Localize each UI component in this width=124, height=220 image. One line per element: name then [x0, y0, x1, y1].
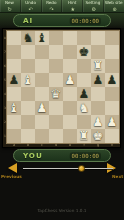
player-clock: 00:00:00	[70, 152, 101, 160]
toolbar-item-redo[interactable]: Redo↷	[42, 0, 63, 12]
new-icon: ↻	[8, 6, 12, 11]
square-h5[interactable]: ♟	[105, 73, 119, 87]
square-h1[interactable]	[105, 129, 119, 143]
square-d8[interactable]	[49, 31, 63, 45]
white-bishop-piece: ♝	[7, 101, 21, 115]
square-d1[interactable]	[49, 129, 63, 143]
square-g8[interactable]	[91, 31, 105, 45]
white-king-piece: ♚	[91, 129, 105, 143]
square-h8[interactable]	[105, 31, 119, 45]
square-e7[interactable]	[63, 45, 77, 59]
square-h3[interactable]	[105, 101, 119, 115]
square-f7[interactable]: ♚	[77, 45, 91, 59]
black-king-piece: ♚	[77, 45, 91, 59]
toolbar-item-label: Setting	[86, 1, 101, 5]
toolbar-item-label: Web site	[105, 1, 123, 5]
white-rook-piece: ♜	[77, 129, 91, 143]
square-c6[interactable]	[35, 59, 49, 73]
square-b5[interactable]: ♝	[21, 73, 35, 87]
rank-label-1: 1	[4, 132, 6, 140]
white-pawn-piece: ♟	[105, 115, 119, 129]
square-b3[interactable]	[21, 101, 35, 115]
square-g7[interactable]	[91, 45, 105, 59]
square-e6[interactable]	[63, 59, 77, 73]
black-pawn-piece: ♟	[77, 87, 91, 101]
square-a1[interactable]	[7, 129, 21, 143]
previous-label: Previous	[1, 175, 22, 179]
square-f6[interactable]	[77, 59, 91, 73]
square-h6[interactable]	[105, 59, 119, 73]
square-d6[interactable]	[49, 59, 63, 73]
square-c8[interactable]: ♝	[35, 31, 49, 45]
square-f3[interactable]: ♞	[77, 101, 91, 115]
square-d3[interactable]	[49, 101, 63, 115]
undo-icon: ↶	[29, 6, 33, 11]
rank-label-8: 8	[4, 34, 6, 42]
player-name: YOU	[23, 152, 43, 159]
square-c5[interactable]	[35, 73, 49, 87]
black-pawn-piece: ♟	[105, 73, 119, 87]
square-c4[interactable]	[35, 87, 49, 101]
square-a4[interactable]	[7, 87, 21, 101]
square-f1[interactable]: ♜	[77, 129, 91, 143]
file-label-f: f	[79, 144, 89, 148]
black-pawn-piece: ♟	[91, 73, 105, 87]
file-label-c: c	[37, 144, 47, 148]
opponent-name: AI	[23, 17, 33, 24]
white-queen-piece: ♛	[49, 87, 63, 101]
rank-label-5: 5	[4, 76, 6, 84]
square-a5[interactable]: ♟	[7, 73, 21, 87]
settings-icon: ⚙	[91, 6, 96, 11]
square-h4[interactable]	[105, 87, 119, 101]
square-e4[interactable]	[63, 87, 77, 101]
file-label-a: a	[9, 144, 19, 148]
next-label: Next	[112, 175, 123, 179]
toolbar-item-new[interactable]: New↻	[0, 0, 21, 12]
square-h7[interactable]	[105, 45, 119, 59]
square-g2[interactable]: ♟	[91, 115, 105, 129]
file-label-b: b	[23, 144, 33, 148]
toolbar-item-undo[interactable]: Undo↶	[21, 0, 42, 12]
file-labels: abcdefgh	[7, 142, 119, 147]
rank-label-3: 3	[4, 104, 6, 112]
board-grid: ♞♝♚♜♟♝♟♟♟♛♟♝♟♞♟♟♜♚	[7, 31, 119, 143]
square-d2[interactable]	[49, 115, 63, 129]
square-e1[interactable]	[63, 129, 77, 143]
square-d5[interactable]	[49, 73, 63, 87]
version-text: TapChess Version 1.0.1	[9, 208, 114, 213]
square-g3[interactable]	[91, 101, 105, 115]
square-g1[interactable]: ♚	[91, 129, 105, 143]
previous-move-button[interactable]	[8, 163, 17, 173]
file-label-g: g	[93, 144, 103, 148]
rank-label-6: 6	[4, 62, 6, 70]
square-f2[interactable]	[77, 115, 91, 129]
white-rook-piece: ♜	[91, 59, 105, 73]
black-knight-piece: ♞	[21, 31, 35, 45]
square-e3[interactable]	[63, 101, 77, 115]
white-knight-piece: ♞	[77, 101, 91, 115]
rank-label-7: 7	[4, 48, 6, 56]
square-h2[interactable]: ♟	[105, 115, 119, 129]
square-g5[interactable]: ♟	[91, 73, 105, 87]
redo-icon: ↷	[49, 6, 53, 11]
square-b4[interactable]	[21, 87, 35, 101]
white-pawn-piece: ♟	[35, 101, 49, 115]
square-e2[interactable]	[63, 115, 77, 129]
move-slider-track	[23, 168, 113, 169]
chess-board: 87654321 ♞♝♚♜♟♝♟♟♟♛♟♝♟♞♟♟♜♚ abcdefgh	[2, 28, 121, 148]
square-e8[interactable]	[63, 31, 77, 45]
player-bar: YOU 00:00:00	[13, 149, 111, 162]
toolbar-item-setting[interactable]: Setting⚙	[83, 0, 104, 12]
square-f5[interactable]	[77, 73, 91, 87]
website-icon: ⊕	[112, 6, 116, 11]
move-slider-handle[interactable]	[78, 165, 85, 172]
rank-label-2: 2	[4, 118, 6, 126]
opponent-bar: AI 00:00:00	[13, 14, 111, 27]
square-c3[interactable]: ♟	[35, 101, 49, 115]
toolbar-item-label: Undo	[25, 1, 36, 5]
file-label-e: e	[65, 144, 75, 148]
square-d7[interactable]	[49, 45, 63, 59]
file-label-h: h	[107, 144, 117, 148]
rank-label-4: 4	[4, 90, 6, 98]
toolbar-item-website[interactable]: Web site⊕	[104, 0, 124, 12]
square-f8[interactable]	[77, 31, 91, 45]
white-bishop-piece: ♝	[21, 73, 35, 87]
toolbar-item-label: Hint	[68, 1, 76, 5]
square-b1[interactable]	[21, 129, 35, 143]
hint-icon: ★	[70, 6, 75, 11]
black-pawn-piece: ♟	[7, 73, 21, 87]
square-c2[interactable]	[35, 115, 49, 129]
toolbar-item-label: New	[5, 1, 14, 5]
square-b8[interactable]: ♞	[21, 31, 35, 45]
toolbar-item-label: Redo	[46, 1, 56, 5]
square-e5[interactable]: ♟	[63, 73, 77, 87]
file-label-d: d	[51, 144, 61, 148]
square-a3[interactable]: ♝	[7, 101, 21, 115]
white-pawn-piece: ♟	[63, 73, 77, 87]
square-a2[interactable]	[7, 115, 21, 129]
square-g4[interactable]	[91, 87, 105, 101]
square-b2[interactable]	[21, 115, 35, 129]
square-g6[interactable]: ♜	[91, 59, 105, 73]
square-f4[interactable]: ♟	[77, 87, 91, 101]
square-b7[interactable]	[21, 45, 35, 59]
white-pawn-piece: ♟	[91, 115, 105, 129]
square-c7[interactable]	[35, 45, 49, 59]
square-b6[interactable]	[21, 59, 35, 73]
square-a8[interactable]	[7, 31, 21, 45]
square-d4[interactable]: ♛	[49, 87, 63, 101]
opponent-clock: 00:00:00	[70, 17, 101, 25]
square-a6[interactable]	[7, 59, 21, 73]
black-bishop-piece: ♝	[35, 31, 49, 45]
toolbar: New↻Undo↶Redo↷Hint★Setting⚙Web site⊕	[0, 0, 124, 13]
square-c1[interactable]	[35, 129, 49, 143]
toolbar-item-hint[interactable]: Hint★	[62, 0, 83, 12]
square-a7[interactable]	[7, 45, 21, 59]
